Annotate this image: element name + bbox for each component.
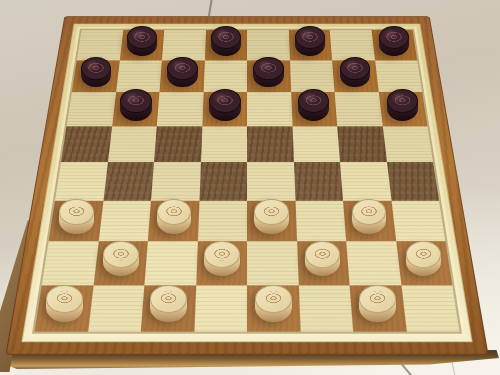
pieces-layer [0, 0, 500, 375]
checker-top-face [295, 26, 325, 49]
light-checker-d2[interactable] [204, 241, 240, 277]
checker-top-face [167, 57, 198, 80]
checker-top-face [120, 89, 152, 113]
light-checker-f2[interactable] [305, 241, 341, 277]
checker-top-face [379, 26, 409, 49]
checker-top-face [127, 26, 157, 49]
light-checker-a3[interactable] [59, 199, 94, 234]
checker-top-face [150, 285, 187, 313]
light-checker-a1[interactable] [46, 285, 83, 322]
checker-top-face [359, 285, 396, 313]
light-checker-e3[interactable] [254, 199, 289, 234]
checker-top-face [387, 89, 419, 113]
dark-checker-f6[interactable] [298, 89, 330, 121]
light-checker-c1[interactable] [150, 285, 187, 322]
dark-checker-e7[interactable] [253, 57, 284, 88]
dark-checker-h6[interactable] [387, 89, 419, 121]
checker-top-face [340, 57, 371, 80]
checker-top-face [59, 199, 94, 225]
dark-checker-d6[interactable] [209, 89, 241, 121]
dark-checker-b6[interactable] [120, 89, 152, 121]
checker-top-face [255, 285, 292, 313]
light-checker-e1[interactable] [255, 285, 292, 322]
dark-checker-d8[interactable] [211, 26, 241, 56]
checker-top-face [211, 26, 241, 49]
checker-top-face [406, 241, 442, 268]
checker-top-face [209, 89, 241, 113]
light-checker-b2[interactable] [103, 241, 139, 277]
checker-top-face [254, 199, 289, 225]
checker-top-face [253, 57, 284, 80]
checker-top-face [305, 241, 341, 268]
dark-checker-g7[interactable] [340, 57, 371, 88]
dark-checker-h8[interactable] [379, 26, 409, 56]
scene [0, 0, 500, 375]
dark-checker-c7[interactable] [167, 57, 198, 88]
checker-top-face [46, 285, 83, 313]
dark-checker-f8[interactable] [295, 26, 325, 56]
light-checker-g3[interactable] [352, 199, 387, 234]
light-checker-h2[interactable] [406, 241, 442, 277]
dark-checker-b8[interactable] [127, 26, 157, 56]
dark-checker-a7[interactable] [81, 57, 112, 88]
checker-top-face [204, 241, 240, 268]
checker-top-face [103, 241, 139, 268]
light-checker-c3[interactable] [157, 199, 192, 234]
light-checker-g1[interactable] [359, 285, 396, 322]
